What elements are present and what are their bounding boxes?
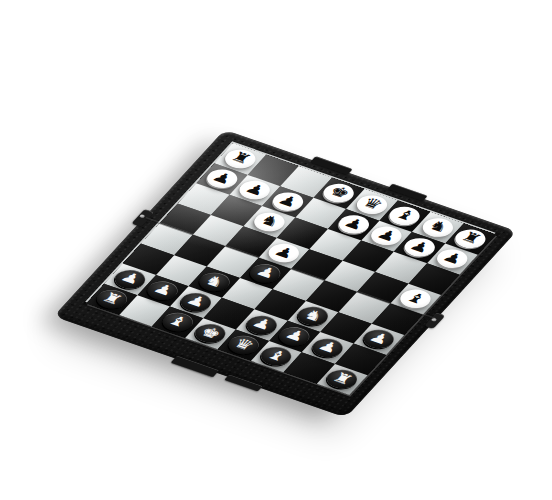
black-pawn-glyph: ♟ bbox=[366, 330, 393, 347]
black-pawn-glyph: ♟ bbox=[249, 316, 276, 333]
white-rook-glyph: ♜ bbox=[458, 230, 485, 247]
black-pawn-glyph: ♟ bbox=[117, 270, 144, 287]
black-bishop-glyph: ♝ bbox=[165, 313, 192, 330]
black-pawn-glyph: ♟ bbox=[253, 264, 280, 281]
white-bishop-glyph: ♝ bbox=[392, 207, 419, 224]
piece-black-king-e8[interactable]: ♚ bbox=[190, 321, 231, 346]
piece-black-knight-f6[interactable]: ♞ bbox=[194, 269, 235, 294]
black-pawn-glyph: ♟ bbox=[150, 282, 177, 299]
hinge-pin-right bbox=[424, 312, 445, 328]
white-pawn-glyph: ♟ bbox=[439, 250, 466, 267]
piece-black-rook-a8[interactable]: ♜ bbox=[322, 367, 363, 392]
pieces-layer: ♜♞♝♛♚♜♟♟♟♟♟♟♟♞♟♝♜♝♛♚♝♜♟♟♟♟♟♟♟♞♞♟ bbox=[86, 143, 496, 395]
piece-white-king-e1[interactable]: ♚ bbox=[318, 180, 359, 205]
black-bishop-glyph: ♝ bbox=[263, 347, 290, 364]
piece-white-pawn-b2[interactable]: ♟ bbox=[399, 235, 440, 260]
piece-white-pawn-a2[interactable]: ♟ bbox=[432, 246, 473, 271]
black-queen-glyph: ♛ bbox=[230, 336, 257, 353]
pin-icon bbox=[139, 214, 146, 218]
white-knight-glyph: ♞ bbox=[425, 218, 452, 235]
piece-black-pawn-h7[interactable]: ♟ bbox=[109, 267, 150, 292]
piece-white-pawn-h2[interactable]: ♟ bbox=[201, 166, 242, 191]
black-rook-glyph: ♜ bbox=[329, 370, 356, 387]
black-knight-glyph: ♞ bbox=[300, 307, 327, 324]
white-pawn-glyph: ♟ bbox=[341, 216, 368, 233]
black-pawn-glyph: ♟ bbox=[315, 339, 342, 356]
hinge-pin-left bbox=[132, 209, 155, 227]
white-bishop-glyph: ♝ bbox=[403, 290, 430, 307]
piece-white-pawn-e4[interactable]: ♟ bbox=[263, 241, 304, 266]
piece-black-pawn-e5[interactable]: ♟ bbox=[245, 261, 286, 286]
piece-black-pawn-g7[interactable]: ♟ bbox=[142, 278, 183, 303]
piece-white-pawn-d2[interactable]: ♟ bbox=[333, 212, 374, 237]
piece-white-queen-d1[interactable]: ♛ bbox=[351, 192, 392, 217]
pin-icon bbox=[431, 318, 438, 322]
piece-white-bishop-a4[interactable]: ♝ bbox=[395, 286, 436, 311]
white-pawn-glyph: ♟ bbox=[406, 238, 433, 255]
white-pawn-glyph: ♟ bbox=[242, 181, 269, 198]
piece-black-queen-d8[interactable]: ♛ bbox=[223, 332, 264, 357]
piece-black-knight-c6[interactable]: ♞ bbox=[292, 304, 333, 329]
piece-white-knight-b1[interactable]: ♞ bbox=[417, 215, 458, 240]
black-pawn-glyph: ♟ bbox=[183, 293, 210, 310]
black-knight-glyph: ♞ bbox=[201, 273, 228, 290]
white-knight-glyph: ♞ bbox=[256, 213, 283, 230]
piece-black-pawn-c7[interactable]: ♟ bbox=[274, 324, 315, 349]
white-pawn-glyph: ♟ bbox=[374, 227, 401, 244]
black-pawn-glyph: ♟ bbox=[282, 327, 309, 344]
piece-black-bishop-f8[interactable]: ♝ bbox=[157, 309, 198, 334]
piece-black-pawn-a6[interactable]: ♟ bbox=[358, 327, 399, 352]
piece-white-knight-f3[interactable]: ♞ bbox=[249, 209, 290, 234]
white-pawn-glyph: ♟ bbox=[275, 193, 302, 210]
piece-white-pawn-f2[interactable]: ♟ bbox=[267, 189, 308, 214]
photo-background: ♜♞♝♛♚♜♟♟♟♟♟♟♟♞♟♝♜♝♛♚♝♜♟♟♟♟♟♟♟♞♞♟ bbox=[0, 0, 552, 500]
piece-white-bishop-c1[interactable]: ♝ bbox=[384, 203, 425, 228]
piece-white-rook-h1[interactable]: ♜ bbox=[220, 146, 261, 171]
piece-black-rook-h8[interactable]: ♜ bbox=[91, 287, 132, 312]
white-rook-glyph: ♜ bbox=[227, 150, 254, 167]
black-rook-glyph: ♜ bbox=[99, 290, 126, 307]
piece-white-pawn-c2[interactable]: ♟ bbox=[366, 223, 407, 248]
white-queen-glyph: ♛ bbox=[359, 195, 386, 212]
white-pawn-glyph: ♟ bbox=[271, 244, 298, 261]
piece-black-pawn-b7[interactable]: ♟ bbox=[307, 335, 348, 360]
chess-wallet-case: ♜♞♝♛♚♜♟♟♟♟♟♟♟♞♟♝♜♝♛♚♝♜♟♟♟♟♟♟♟♞♞♟ bbox=[53, 130, 516, 418]
piece-black-pawn-f7[interactable]: ♟ bbox=[175, 289, 216, 314]
white-king-glyph: ♚ bbox=[326, 184, 353, 201]
white-pawn-glyph: ♟ bbox=[209, 170, 236, 187]
piece-white-rook-a1[interactable]: ♜ bbox=[450, 226, 491, 251]
piece-white-pawn-g2[interactable]: ♟ bbox=[234, 178, 275, 203]
piece-black-pawn-d7[interactable]: ♟ bbox=[241, 312, 282, 337]
piece-black-bishop-c8[interactable]: ♝ bbox=[256, 344, 297, 369]
black-king-glyph: ♚ bbox=[197, 324, 224, 341]
clasp-tab-bottom-1 bbox=[171, 356, 220, 378]
clasp-tab-bottom-2 bbox=[224, 374, 262, 391]
